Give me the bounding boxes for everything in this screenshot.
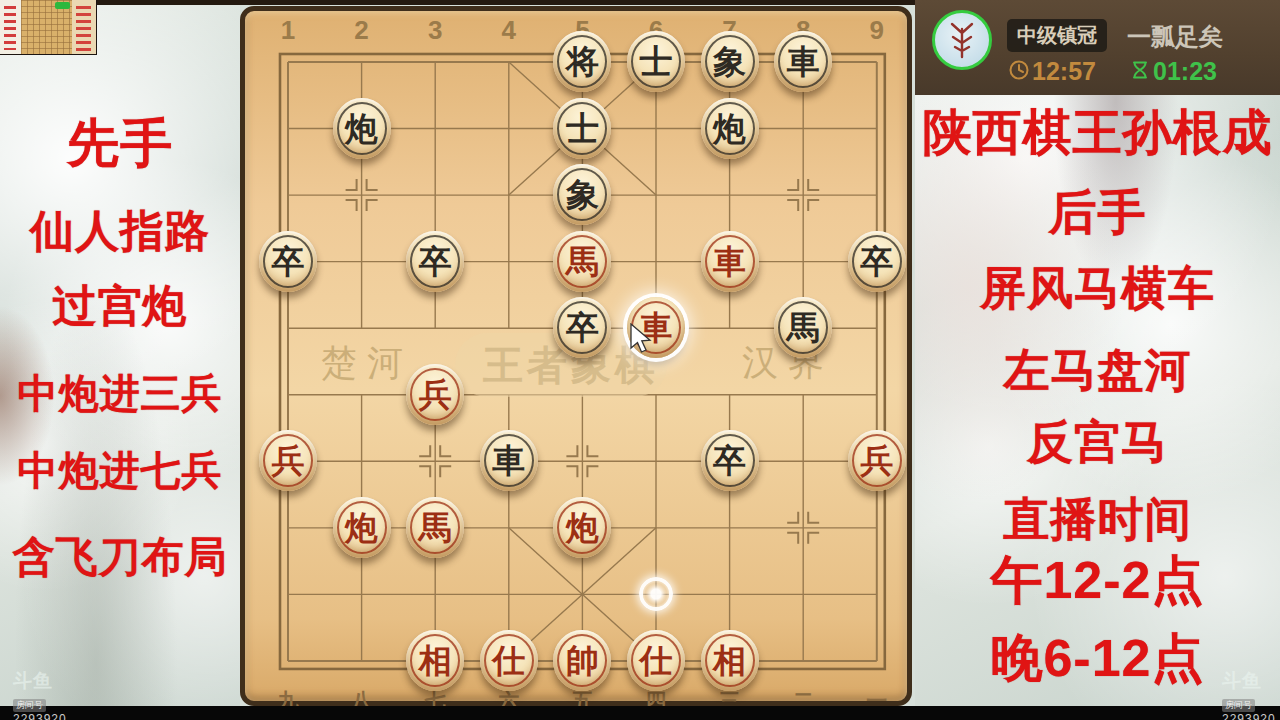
left-caption-line-5: 中炮进七兵 (0, 449, 240, 492)
piece-ring (410, 368, 460, 421)
pip-left-captions (0, 0, 21, 54)
piece-ring (705, 634, 755, 687)
pip-thumbnail (0, 0, 96, 54)
piece-black-馬-8-5[interactable]: 馬 (774, 297, 832, 358)
piece-red-相-7-10[interactable]: 相 (701, 630, 759, 691)
mouse-cursor (629, 323, 653, 355)
piece-black-象-7-1[interactable]: 象 (701, 31, 759, 92)
piece-ring (778, 35, 828, 88)
piece-red-車-7-4[interactable]: 車 (701, 231, 759, 292)
right-caption-line-4: 左马盘河 (915, 346, 1280, 396)
piece-ring (778, 301, 828, 354)
right-caption-line-2: 后手 (915, 187, 1280, 239)
piece-ring (705, 35, 755, 88)
piece-ring (410, 235, 460, 288)
douyu-logo: 斗鱼 (1222, 668, 1280, 694)
piece-ring (631, 634, 681, 687)
piece-red-帥-5-10[interactable]: 帥 (553, 630, 611, 691)
piece-red-仕-4-10[interactable]: 仕 (480, 630, 538, 691)
piece-black-炮-2-2[interactable]: 炮 (333, 98, 391, 159)
file-label-top-3: 3 (428, 15, 442, 46)
right-caption-line-1: 陕西棋王孙根成 (915, 106, 1280, 159)
piece-red-馬-5-4[interactable]: 馬 (553, 231, 611, 292)
piece-ring (410, 634, 460, 687)
piece-ring (337, 102, 387, 155)
right-caption-line-3: 屏风马横车 (915, 264, 1280, 314)
left-caption-line-6: 含飞刀布局 (0, 534, 240, 579)
piece-ring (557, 501, 607, 554)
file-label-top-2: 2 (354, 15, 368, 46)
piece-ring (557, 301, 607, 354)
player-header: 中级镇冠 一瓢足矣 12:57 01:23 (915, 0, 1280, 95)
file-label-top-9: 9 (870, 15, 884, 46)
stream-frame: 先手仙人指路过宫炮中炮进三兵中炮进七兵含飞刀布局 陕西棋王孙根成后手屏风马横车左… (0, 0, 1280, 720)
pip-mini-board (21, 0, 72, 54)
room-number: 2293920 (1222, 712, 1280, 720)
room-label: 房间号 (1222, 699, 1255, 712)
right-caption-panel: 陕西棋王孙根成后手屏风马横车左马盘河反宫马直播时间午12-2点晚6-12点 (915, 95, 1280, 720)
piece-black-将-5-1[interactable]: 将 (553, 31, 611, 92)
piece-ring (852, 434, 902, 487)
piece-ring (410, 501, 460, 554)
piece-ring (484, 634, 534, 687)
right-caption-line-7: 午12-2点 (915, 552, 1280, 608)
piece-ring (337, 501, 387, 554)
piece-black-卒-9-4[interactable]: 卒 (848, 231, 906, 292)
clock-icon (1008, 59, 1030, 81)
pip-right-captions (72, 0, 96, 54)
piece-ring (557, 168, 607, 221)
piece-ring (557, 35, 607, 88)
piece-red-相-3-10[interactable]: 相 (406, 630, 464, 691)
piece-black-卒-3-4[interactable]: 卒 (406, 231, 464, 292)
rank-badge: 中级镇冠 (1007, 19, 1107, 52)
river-label-left: 楚河 (321, 342, 413, 383)
piece-red-兵-3-6[interactable]: 兵 (406, 364, 464, 425)
right-caption-line-5: 反宫马 (915, 418, 1280, 468)
piece-ring (263, 235, 313, 288)
avatar[interactable] (932, 10, 992, 70)
file-label-top-4: 4 (502, 15, 516, 46)
room-label: 房间号 (13, 699, 46, 712)
right-caption-line-6: 直播时间 (915, 495, 1280, 545)
move-clock: 01:23 (1153, 57, 1217, 86)
piece-ring (557, 102, 607, 155)
piece-ring (705, 235, 755, 288)
xiangqi-board[interactable]: 楚河汉界王者象棋 123456789九八七六五四三二一 将士象車炮士炮象卒卒馬車… (240, 6, 912, 706)
douyu-logo: 斗鱼 (13, 668, 73, 694)
piece-black-車-8-1[interactable]: 車 (774, 31, 832, 92)
piece-ring (557, 634, 607, 687)
avatar-emblem (935, 13, 989, 67)
piece-ring (557, 235, 607, 288)
piece-ring (263, 434, 313, 487)
piece-black-士-6-1[interactable]: 士 (627, 31, 685, 92)
piece-black-士-5-2[interactable]: 士 (553, 98, 611, 159)
piece-ring (631, 35, 681, 88)
douyu-watermark-right: 斗鱼 房间号 2293920 (1222, 668, 1280, 720)
piece-black-車-4-7[interactable]: 車 (480, 430, 538, 491)
left-caption-panel: 先手仙人指路过宫炮中炮进三兵中炮进七兵含飞刀布局 (0, 0, 240, 720)
bottom-letterbox (0, 706, 1280, 720)
piece-red-馬-3-8[interactable]: 馬 (406, 497, 464, 558)
file-label-top-1: 1 (281, 15, 295, 46)
piece-red-炮-5-8[interactable]: 炮 (553, 497, 611, 558)
piece-red-炮-2-8[interactable]: 炮 (333, 497, 391, 558)
piece-black-炮-7-2[interactable]: 炮 (701, 98, 759, 159)
room-number: 2293920 (13, 712, 73, 720)
pip-green-badge (55, 2, 70, 9)
piece-ring (705, 434, 755, 487)
piece-red-兵-1-7[interactable]: 兵 (259, 430, 317, 491)
left-caption-line-4: 中炮进三兵 (0, 372, 240, 415)
piece-ring (484, 434, 534, 487)
game-clock: 12:57 (1032, 57, 1096, 86)
piece-red-仕-6-10[interactable]: 仕 (627, 630, 685, 691)
douyu-watermark-left: 斗鱼 房间号 2293920 (13, 668, 73, 720)
piece-red-兵-9-7[interactable]: 兵 (848, 430, 906, 491)
piece-ring (705, 102, 755, 155)
left-caption-line-3: 过宫炮 (0, 282, 240, 330)
hourglass-icon (1129, 59, 1151, 81)
piece-black-卒-1-4[interactable]: 卒 (259, 231, 317, 292)
left-caption-line-1: 先手 (0, 115, 240, 171)
player-username: 一瓢足矣 (1127, 21, 1223, 53)
left-caption-line-2: 仙人指路 (0, 207, 240, 255)
piece-ring (852, 235, 902, 288)
piece-black-卒-7-7[interactable]: 卒 (701, 430, 759, 491)
